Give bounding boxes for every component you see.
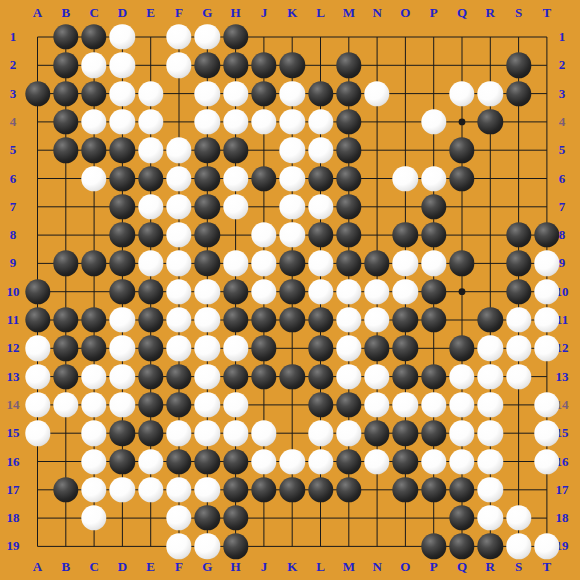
col-label-top-N: N xyxy=(372,5,381,21)
col-label-top-H: H xyxy=(231,5,241,21)
row-label-right-9: 9 xyxy=(559,255,566,271)
col-label-top-Q: Q xyxy=(457,5,467,21)
row-label-left-17: 17 xyxy=(7,482,20,498)
col-label-bottom-M: M xyxy=(343,559,355,575)
col-label-bottom-D: D xyxy=(118,559,127,575)
col-label-top-S: S xyxy=(515,5,522,21)
col-label-bottom-O: O xyxy=(400,559,410,575)
row-label-left-1: 1 xyxy=(10,29,17,45)
col-label-top-B: B xyxy=(61,5,70,21)
row-label-right-13: 13 xyxy=(556,369,569,385)
row-label-left-15: 15 xyxy=(7,425,20,441)
row-label-left-19: 19 xyxy=(7,538,20,554)
row-label-left-5: 5 xyxy=(10,142,17,158)
row-label-right-2: 2 xyxy=(559,57,566,73)
row-label-right-18: 18 xyxy=(556,510,569,526)
col-label-top-E: E xyxy=(146,5,155,21)
row-label-right-7: 7 xyxy=(559,199,566,215)
col-label-bottom-B: B xyxy=(61,559,70,575)
row-label-left-4: 4 xyxy=(10,114,17,130)
col-label-top-L: L xyxy=(316,5,325,21)
col-label-bottom-T: T xyxy=(543,559,552,575)
col-label-top-P: P xyxy=(430,5,438,21)
col-label-bottom-A: A xyxy=(33,559,42,575)
go-board: AABBCCDDEEFFGGHHJJKKLLMMNNOOPPQQRRSSTT11… xyxy=(0,0,580,580)
col-label-bottom-P: P xyxy=(430,559,438,575)
row-label-right-4: 4 xyxy=(559,114,566,130)
col-label-bottom-K: K xyxy=(287,559,297,575)
col-label-bottom-S: S xyxy=(515,559,522,575)
row-label-left-13: 13 xyxy=(7,369,20,385)
row-label-left-8: 8 xyxy=(10,227,17,243)
col-label-bottom-C: C xyxy=(89,559,98,575)
col-label-bottom-L: L xyxy=(316,559,325,575)
col-label-bottom-E: E xyxy=(146,559,155,575)
col-label-top-M: M xyxy=(343,5,355,21)
row-label-right-3: 3 xyxy=(559,86,566,102)
row-label-right-17: 17 xyxy=(556,482,569,498)
col-label-top-O: O xyxy=(400,5,410,21)
row-label-left-6: 6 xyxy=(10,171,17,187)
col-label-top-C: C xyxy=(89,5,98,21)
col-label-top-R: R xyxy=(486,5,495,21)
col-label-top-D: D xyxy=(118,5,127,21)
col-label-bottom-R: R xyxy=(486,559,495,575)
row-label-left-16: 16 xyxy=(7,454,20,470)
col-label-bottom-F: F xyxy=(175,559,183,575)
col-label-bottom-N: N xyxy=(372,559,381,575)
col-label-top-G: G xyxy=(202,5,212,21)
row-label-left-14: 14 xyxy=(7,397,20,413)
col-label-top-A: A xyxy=(33,5,42,21)
row-label-left-3: 3 xyxy=(10,86,17,102)
col-label-bottom-H: H xyxy=(231,559,241,575)
row-label-left-2: 2 xyxy=(10,57,17,73)
col-label-bottom-G: G xyxy=(202,559,212,575)
row-label-right-6: 6 xyxy=(559,171,566,187)
col-label-bottom-J: J xyxy=(261,559,268,575)
row-label-left-18: 18 xyxy=(7,510,20,526)
col-label-top-J: J xyxy=(261,5,268,21)
row-label-right-5: 5 xyxy=(559,142,566,158)
col-label-top-K: K xyxy=(287,5,297,21)
col-label-top-F: F xyxy=(175,5,183,21)
row-label-right-1: 1 xyxy=(559,29,566,45)
row-label-left-7: 7 xyxy=(10,199,17,215)
col-label-bottom-Q: Q xyxy=(457,559,467,575)
row-label-left-12: 12 xyxy=(7,340,20,356)
row-label-right-8: 8 xyxy=(559,227,566,243)
row-label-left-10: 10 xyxy=(7,284,20,300)
col-label-top-T: T xyxy=(543,5,552,21)
row-label-left-9: 9 xyxy=(10,255,17,271)
row-label-left-11: 11 xyxy=(7,312,19,328)
